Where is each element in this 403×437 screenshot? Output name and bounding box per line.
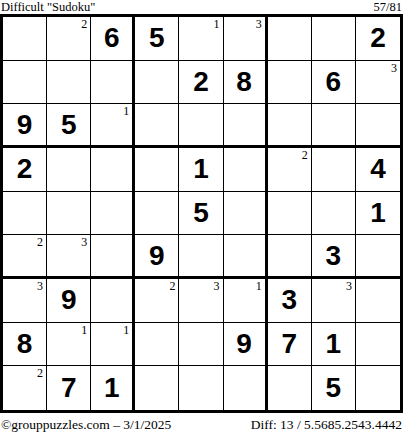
cell-r9c2: 7 bbox=[47, 366, 91, 410]
cell-r8c9[interactable] bbox=[356, 323, 400, 367]
pencil-mark: 1 bbox=[81, 324, 87, 336]
cell-r7c4[interactable]: 2 bbox=[135, 279, 179, 323]
pencil-mark: 3 bbox=[256, 18, 262, 30]
given-digit: 5 bbox=[326, 374, 342, 402]
cell-r6c7[interactable] bbox=[268, 235, 312, 279]
cell-r4c6[interactable] bbox=[224, 148, 268, 192]
cell-r9c4[interactable] bbox=[135, 366, 179, 410]
cell-r2c5: 2 bbox=[179, 61, 223, 105]
remaining-counter: 57/81 bbox=[374, 1, 402, 14]
cell-r3c8[interactable] bbox=[312, 104, 356, 148]
cell-r6c2[interactable]: 3 bbox=[47, 235, 91, 279]
cell-r1c6[interactable]: 3 bbox=[224, 17, 268, 61]
cell-r7c9[interactable] bbox=[356, 279, 400, 323]
cell-r2c6: 8 bbox=[224, 61, 268, 105]
cell-r6c6[interactable] bbox=[224, 235, 268, 279]
given-digit: 4 bbox=[370, 155, 386, 183]
cell-r2c1[interactable] bbox=[3, 61, 47, 105]
header: Difficult "Sudoku" 57/81 bbox=[0, 0, 403, 14]
cell-r3c4[interactable] bbox=[135, 104, 179, 148]
cell-r3c2: 5 bbox=[47, 104, 91, 148]
given-digit: 9 bbox=[236, 330, 252, 358]
given-digit: 1 bbox=[104, 374, 120, 402]
cell-r8c3[interactable]: 1 bbox=[91, 323, 135, 367]
cell-r5c3[interactable] bbox=[91, 192, 135, 236]
cell-r3c1: 9 bbox=[3, 104, 47, 148]
pencil-mark: 3 bbox=[391, 62, 397, 74]
cell-r4c1: 2 bbox=[3, 148, 47, 192]
cell-r3c9[interactable] bbox=[356, 104, 400, 148]
cell-r4c4[interactable] bbox=[135, 148, 179, 192]
given-digit: 1 bbox=[370, 199, 386, 227]
cell-r5c8[interactable] bbox=[312, 192, 356, 236]
given-digit: 3 bbox=[281, 286, 297, 314]
pencil-mark: 2 bbox=[302, 149, 308, 161]
given-digit: 7 bbox=[281, 330, 297, 358]
cell-r2c8: 6 bbox=[312, 61, 356, 105]
cell-r9c8: 5 bbox=[312, 366, 356, 410]
given-digit: 2 bbox=[17, 155, 33, 183]
cell-r1c1[interactable] bbox=[3, 17, 47, 61]
given-digit: 6 bbox=[104, 24, 120, 52]
cell-r4c8[interactable] bbox=[312, 148, 356, 192]
pencil-mark: 2 bbox=[169, 280, 175, 292]
cell-r7c6[interactable]: 1 bbox=[224, 279, 268, 323]
cell-r8c1: 8 bbox=[3, 323, 47, 367]
pencil-mark: 3 bbox=[81, 236, 87, 248]
cell-r1c3: 6 bbox=[91, 17, 135, 61]
given-digit: 5 bbox=[193, 199, 209, 227]
cell-r5c2[interactable] bbox=[47, 192, 91, 236]
cell-r5c6[interactable] bbox=[224, 192, 268, 236]
cell-r7c2: 9 bbox=[47, 279, 91, 323]
cell-r8c6: 9 bbox=[224, 323, 268, 367]
cell-r9c3: 1 bbox=[91, 366, 135, 410]
cell-r8c2[interactable]: 1 bbox=[47, 323, 91, 367]
pencil-mark: 2 bbox=[37, 236, 43, 248]
cell-r7c5[interactable]: 3 bbox=[179, 279, 223, 323]
cell-r9c6[interactable] bbox=[224, 366, 268, 410]
cell-r6c1[interactable]: 2 bbox=[3, 235, 47, 279]
pencil-mark: 1 bbox=[123, 105, 129, 117]
given-digit: 3 bbox=[326, 242, 342, 270]
pencil-mark: 2 bbox=[37, 367, 43, 379]
given-digit: 7 bbox=[61, 374, 77, 402]
cell-r5c4[interactable] bbox=[135, 192, 179, 236]
cell-r7c7: 3 bbox=[268, 279, 312, 323]
pencil-mark: 1 bbox=[123, 324, 129, 336]
given-digit: 9 bbox=[17, 111, 33, 139]
cell-r6c3[interactable] bbox=[91, 235, 135, 279]
footer: ©grouppuzzles.com – 3/1/2025 Diff: 13 / … bbox=[0, 413, 403, 437]
cell-r1c9: 2 bbox=[356, 17, 400, 61]
given-digit: 5 bbox=[149, 24, 165, 52]
given-digit: 6 bbox=[326, 68, 342, 96]
cell-r9c9[interactable] bbox=[356, 366, 400, 410]
pencil-mark: 1 bbox=[256, 280, 262, 292]
page-title: Difficult "Sudoku" bbox=[1, 1, 95, 14]
cell-r3c5[interactable] bbox=[179, 104, 223, 148]
cell-r4c3[interactable] bbox=[91, 148, 135, 192]
cell-r6c8: 3 bbox=[312, 235, 356, 279]
cell-r8c7: 7 bbox=[268, 323, 312, 367]
cell-r6c5[interactable] bbox=[179, 235, 223, 279]
cell-r7c1[interactable]: 3 bbox=[3, 279, 47, 323]
cell-r4c5: 1 bbox=[179, 148, 223, 192]
cell-r1c4: 5 bbox=[135, 17, 179, 61]
given-digit: 5 bbox=[61, 111, 77, 139]
cell-r2c2[interactable] bbox=[47, 61, 91, 105]
cell-r3c3[interactable]: 1 bbox=[91, 104, 135, 148]
cell-r6c4: 9 bbox=[135, 235, 179, 279]
copyright-date: ©grouppuzzles.com – 3/1/2025 bbox=[1, 418, 171, 432]
cell-r8c8: 1 bbox=[312, 323, 356, 367]
cell-r4c2[interactable] bbox=[47, 148, 91, 192]
difficulty-rating: Diff: 13 / 5.5685.2543.4442 bbox=[251, 418, 402, 432]
given-digit: 1 bbox=[193, 155, 209, 183]
pencil-mark: 3 bbox=[214, 280, 220, 292]
given-digit: 2 bbox=[370, 24, 386, 52]
cell-r3c7[interactable] bbox=[268, 104, 312, 148]
cell-r9c7[interactable] bbox=[268, 366, 312, 410]
cell-r7c8[interactable]: 3 bbox=[312, 279, 356, 323]
pencil-mark: 1 bbox=[214, 18, 220, 30]
cell-r5c9: 1 bbox=[356, 192, 400, 236]
given-digit: 9 bbox=[61, 286, 77, 314]
cell-r1c8[interactable] bbox=[312, 17, 356, 61]
cell-r6c9[interactable] bbox=[356, 235, 400, 279]
cell-r9c1[interactable]: 2 bbox=[3, 366, 47, 410]
cell-r8c5[interactable] bbox=[179, 323, 223, 367]
pencil-mark: 3 bbox=[346, 280, 352, 292]
sudoku-board: 2651322863951212451239339231338119712715 bbox=[0, 14, 403, 413]
given-digit: 9 bbox=[149, 242, 165, 270]
cell-r2c3[interactable] bbox=[91, 61, 135, 105]
cell-r4c9: 4 bbox=[356, 148, 400, 192]
cell-r7c3[interactable] bbox=[91, 279, 135, 323]
cell-r2c9[interactable]: 3 bbox=[356, 61, 400, 105]
cell-r4c7[interactable]: 2 bbox=[268, 148, 312, 192]
given-digit: 2 bbox=[193, 68, 209, 96]
pencil-mark: 2 bbox=[81, 18, 87, 30]
cell-r5c7[interactable] bbox=[268, 192, 312, 236]
cell-r8c4[interactable] bbox=[135, 323, 179, 367]
cell-r2c4[interactable] bbox=[135, 61, 179, 105]
cell-r3c6[interactable] bbox=[224, 104, 268, 148]
given-digit: 1 bbox=[326, 330, 342, 358]
given-digit: 8 bbox=[236, 68, 252, 96]
cell-r1c7[interactable] bbox=[268, 17, 312, 61]
cell-r5c5: 5 bbox=[179, 192, 223, 236]
cell-r9c5[interactable] bbox=[179, 366, 223, 410]
cell-r1c2[interactable]: 2 bbox=[47, 17, 91, 61]
pencil-mark: 3 bbox=[37, 280, 43, 292]
given-digit: 8 bbox=[17, 330, 33, 358]
cell-r2c7[interactable] bbox=[268, 61, 312, 105]
cell-r1c5[interactable]: 1 bbox=[179, 17, 223, 61]
cell-r5c1[interactable] bbox=[3, 192, 47, 236]
